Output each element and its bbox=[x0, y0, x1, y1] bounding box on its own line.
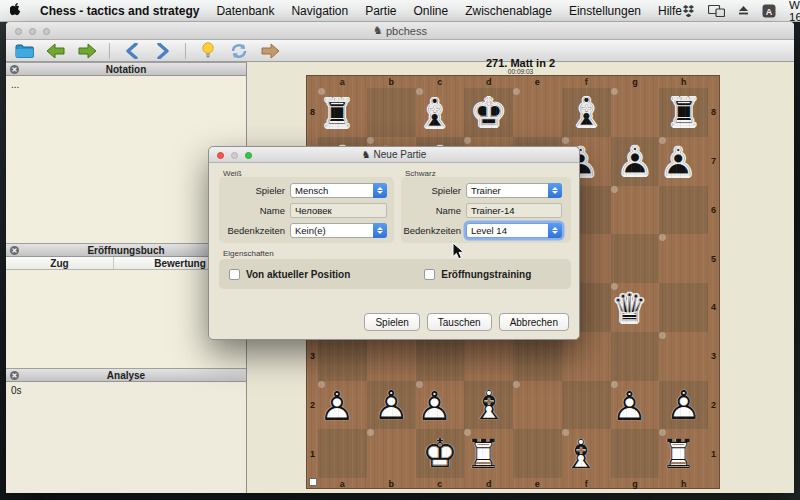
rank-label-right-6: 6 bbox=[708, 186, 719, 235]
square-a2[interactable]: ♟♙ bbox=[318, 381, 325, 388]
square-h2[interactable]: ♟♙ bbox=[659, 381, 708, 430]
dialog-close-button[interactable] bbox=[217, 152, 224, 159]
square-c1[interactable]: ♚♔ bbox=[416, 429, 465, 478]
rank-label-right-4: 4 bbox=[708, 283, 719, 332]
analysis-panel-header: ✕ Analyse bbox=[6, 368, 246, 382]
opening-training-checkbox[interactable] bbox=[424, 269, 435, 280]
piece-white-B: ♝♗ bbox=[464, 381, 513, 430]
knight-icon: ♞ bbox=[373, 24, 383, 37]
square-g4[interactable]: ♛♕ bbox=[611, 283, 618, 290]
rank-label-left-1: 1 bbox=[307, 429, 318, 478]
hint-lightbulb-button[interactable] bbox=[197, 42, 219, 60]
menu-item-partie[interactable]: Partie bbox=[365, 4, 396, 18]
white-name-field[interactable]: Человек bbox=[290, 203, 387, 218]
analysis-panel-title: Analyse bbox=[107, 370, 145, 381]
piece-white-P: ♟♙ bbox=[417, 382, 422, 387]
white-to-move-indicator bbox=[309, 478, 317, 486]
new-game-dialog: ♞ Neue Partie Weiß Spieler Mensch Name Ч… bbox=[208, 146, 580, 340]
next-move-button[interactable] bbox=[152, 42, 174, 60]
notation-panel-title: Notation bbox=[106, 64, 147, 75]
window-title: pbchess bbox=[386, 25, 427, 37]
piece-white-R: ♜♖ bbox=[660, 430, 665, 435]
piece-white-P: ♟♙ bbox=[612, 382, 617, 387]
file-label-top-e: e bbox=[513, 76, 562, 88]
square-g1[interactable] bbox=[611, 429, 660, 478]
displays-icon[interactable] bbox=[708, 5, 725, 17]
rank-label-right-2: 2 bbox=[708, 381, 719, 430]
black-name-label: Name bbox=[401, 205, 461, 216]
square-g2[interactable]: ♟♙ bbox=[611, 381, 618, 388]
white-player-select[interactable]: Mensch bbox=[290, 183, 387, 198]
close-opening-book-panel-button[interactable]: ✕ bbox=[10, 246, 19, 255]
dialog-zoom-button[interactable] bbox=[245, 152, 252, 159]
menu-item-datenbank[interactable]: Datenbank bbox=[216, 4, 274, 18]
piece-white-B: ♝♗ bbox=[563, 430, 568, 435]
piece-white-P: ♟♙ bbox=[319, 382, 324, 387]
square-b1[interactable] bbox=[367, 429, 374, 436]
menu-bar: Chess - tactics and strategy Datenbank N… bbox=[0, 0, 800, 22]
from-current-position-checkbox[interactable] bbox=[229, 269, 240, 280]
rank-label-right-5: 5 bbox=[708, 234, 719, 283]
file-label-top-g: g bbox=[611, 76, 660, 88]
piece-black-K: ♚♔ bbox=[464, 88, 513, 137]
white-time-label: Bedenkzeiten bbox=[219, 225, 285, 236]
file-label-bottom-g: g bbox=[611, 478, 660, 490]
open-database-button[interactable] bbox=[14, 42, 36, 60]
black-player-select[interactable]: Trainer bbox=[466, 183, 562, 198]
toolbar-separator bbox=[185, 43, 186, 59]
eject-icon[interactable] bbox=[738, 5, 749, 16]
board-frame-corner bbox=[708, 478, 719, 490]
piece-black-P: ♟♙ bbox=[368, 138, 373, 143]
square-d1[interactable]: ♜♖ bbox=[464, 429, 471, 436]
square-c8[interactable]: ♝♗ bbox=[416, 88, 423, 95]
dialog-title: Neue Partie bbox=[374, 149, 427, 160]
menu-item-einstellungen[interactable]: Einstellungen bbox=[569, 4, 641, 18]
black-name-value: Trainer-14 bbox=[471, 205, 514, 216]
input-source-icon[interactable]: A bbox=[762, 4, 776, 18]
opening-training-label: Eröffnungstraining bbox=[441, 269, 531, 280]
rank-label-right-1: 1 bbox=[708, 429, 719, 478]
square-g8[interactable] bbox=[611, 88, 618, 95]
white-time-select[interactable]: Kein(e) bbox=[290, 223, 387, 238]
square-h8[interactable]: ♜♖ bbox=[659, 88, 708, 137]
file-label-bottom-f: f bbox=[562, 478, 611, 490]
menu-clock[interactable]: Wed 16:24 bbox=[789, 0, 800, 23]
piece-black-Q: ♛♕ bbox=[612, 284, 617, 289]
piece-black-B: ♝♗ bbox=[417, 89, 422, 94]
close-analysis-panel-button[interactable]: ✕ bbox=[10, 371, 19, 380]
square-h4[interactable] bbox=[659, 283, 708, 332]
close-notation-panel-button[interactable]: ✕ bbox=[10, 65, 19, 74]
black-player-label: Spieler bbox=[401, 185, 461, 196]
desktop: Chess - tactics and strategy Datenbank N… bbox=[0, 0, 800, 500]
piece-white-R: ♜♖ bbox=[465, 430, 470, 435]
square-g6[interactable] bbox=[611, 186, 618, 193]
square-h5[interactable] bbox=[659, 234, 666, 241]
square-h6[interactable] bbox=[659, 186, 708, 235]
square-f8[interactable]: ♝♗ bbox=[562, 88, 611, 137]
square-e1[interactable] bbox=[513, 429, 562, 478]
piece-white-P: ♟♙ bbox=[659, 381, 708, 430]
properties-group: Von aktueller Position Eröffnungstrainin… bbox=[219, 259, 571, 289]
square-a1[interactable] bbox=[318, 429, 367, 478]
square-h7[interactable]: ♟♙ bbox=[659, 137, 666, 144]
piece-white-K: ♚♔ bbox=[416, 429, 465, 478]
square-d2[interactable]: ♝♗ bbox=[464, 381, 513, 430]
previous-game-button[interactable] bbox=[45, 42, 67, 60]
dialog-titlebar[interactable]: ♞ Neue Partie bbox=[209, 147, 579, 163]
piece-black-B: ♝♗ bbox=[562, 88, 611, 137]
square-h1[interactable]: ♜♖ bbox=[659, 429, 666, 436]
board-frame-corner bbox=[307, 76, 318, 88]
square-b2[interactable]: ♟♙ bbox=[367, 381, 416, 430]
menu-item-navigation[interactable]: Navigation bbox=[291, 4, 348, 18]
rank-label-right-3: 3 bbox=[708, 332, 719, 381]
square-g3[interactable] bbox=[611, 332, 660, 381]
puzzle-header: 271. Matt in 2 00:09:03 bbox=[247, 57, 794, 75]
zoom-window-button[interactable] bbox=[43, 28, 50, 35]
minimize-window-button[interactable] bbox=[29, 28, 36, 35]
opening-book-panel-title: Eröffnungsbuch bbox=[87, 245, 164, 256]
analysis-content[interactable]: 0s bbox=[6, 382, 246, 493]
file-label-bottom-a: a bbox=[318, 478, 367, 490]
popup-arrows-icon bbox=[373, 183, 387, 198]
file-label-top-f: f bbox=[562, 76, 611, 88]
file-label-bottom-b: b bbox=[367, 478, 416, 490]
file-label-bottom-c: c bbox=[416, 478, 465, 490]
cancel-button[interactable]: Abbrechen bbox=[499, 313, 569, 331]
menu-item-zwischenablage[interactable]: Zwischenablage bbox=[465, 4, 552, 18]
properties-section-label: Eigenschaften bbox=[223, 249, 274, 258]
square-f7[interactable]: ♟♙ bbox=[562, 137, 569, 144]
square-f2[interactable] bbox=[562, 381, 611, 430]
white-player-value: Mensch bbox=[295, 185, 328, 196]
piece-black-R: ♜♖ bbox=[659, 88, 708, 137]
close-window-button[interactable] bbox=[15, 28, 22, 35]
file-label-bottom-d: d bbox=[464, 478, 513, 490]
puzzle-timer: 00:09:03 bbox=[247, 68, 794, 75]
menu-app-name[interactable]: Chess - tactics and strategy bbox=[40, 4, 199, 18]
square-c2[interactable]: ♟♙ bbox=[416, 381, 423, 388]
black-section-group: Spieler Trainer Name Trainer-14 Bedenkze… bbox=[401, 177, 571, 243]
square-b7[interactable]: ♟♙ bbox=[367, 137, 374, 144]
file-label-top-a: a bbox=[318, 76, 367, 88]
rank-label-right-7: 7 bbox=[708, 137, 719, 186]
file-label-top-b: b bbox=[367, 76, 416, 88]
board-frame-corner bbox=[708, 76, 719, 88]
white-section-group: Spieler Mensch Name Человек Bedenkzeiten… bbox=[219, 177, 394, 243]
square-d7[interactable] bbox=[464, 137, 471, 144]
black-name-field[interactable]: Trainer-14 bbox=[466, 203, 562, 218]
play-button[interactable]: Spielen bbox=[364, 313, 419, 331]
square-g7[interactable]: ♟♙ bbox=[611, 137, 660, 186]
popup-arrows-icon bbox=[548, 183, 562, 198]
piece-black-R: ♜♖ bbox=[319, 89, 324, 94]
menu-item-online[interactable]: Online bbox=[414, 4, 449, 18]
column-header-zug[interactable]: Zug bbox=[6, 257, 114, 269]
file-label-top-h: h bbox=[659, 76, 708, 88]
rank-label-left-8: 8 bbox=[307, 88, 318, 137]
white-player-label: Spieler bbox=[219, 185, 285, 196]
apple-menu-icon[interactable] bbox=[10, 3, 23, 18]
white-name-value: Человек bbox=[295, 205, 332, 216]
popup-arrows-icon bbox=[373, 223, 387, 238]
square-e2[interactable] bbox=[513, 381, 520, 388]
dialog-minimize-button bbox=[231, 152, 238, 159]
swap-button[interactable]: Tauschen bbox=[427, 313, 492, 331]
square-h3[interactable] bbox=[659, 332, 666, 339]
square-d8[interactable]: ♚♔ bbox=[464, 88, 513, 137]
square-e8[interactable] bbox=[513, 88, 520, 95]
file-label-bottom-e: e bbox=[513, 478, 562, 490]
knight-icon: ♞ bbox=[362, 149, 371, 160]
rank-label-right-8: 8 bbox=[708, 88, 719, 137]
dropbox-icon[interactable] bbox=[682, 5, 695, 17]
square-b8[interactable] bbox=[367, 88, 416, 137]
black-time-value: Level 14 bbox=[471, 225, 507, 236]
rank-label-left-2: 2 bbox=[307, 381, 318, 430]
next-game-button[interactable] bbox=[76, 42, 98, 60]
piece-black-P: ♟♙ bbox=[563, 138, 568, 143]
piece-white-P: ♟♙ bbox=[367, 381, 416, 430]
previous-move-button[interactable] bbox=[121, 42, 143, 60]
black-time-select[interactable]: Level 14 bbox=[466, 223, 562, 238]
square-g5[interactable] bbox=[611, 234, 660, 283]
white-name-label: Name bbox=[219, 205, 285, 216]
file-label-top-c: c bbox=[416, 76, 465, 88]
popup-arrows-icon bbox=[548, 223, 562, 238]
white-time-value: Kein(e) bbox=[295, 225, 326, 236]
piece-black-P: ♟♙ bbox=[660, 138, 665, 143]
from-current-position-label: Von aktueller Position bbox=[246, 269, 350, 280]
square-f1[interactable]: ♝♗ bbox=[562, 429, 569, 436]
black-player-value: Trainer bbox=[471, 185, 501, 196]
file-label-bottom-h: h bbox=[659, 478, 708, 490]
menu-item-hilfe[interactable]: Hilfe bbox=[658, 4, 682, 18]
black-time-label: Bedenkzeiten bbox=[401, 225, 461, 236]
mouse-cursor bbox=[452, 242, 466, 260]
toolbar-separator bbox=[109, 43, 110, 59]
notation-panel-header: ✕ Notation bbox=[6, 62, 246, 76]
square-a8[interactable]: ♜♖ bbox=[318, 88, 325, 95]
file-label-top-d: d bbox=[464, 76, 513, 88]
piece-black-P: ♟♙ bbox=[611, 137, 660, 186]
svg-text:A: A bbox=[766, 6, 773, 16]
window-titlebar[interactable]: ♞ pbchess bbox=[6, 22, 794, 40]
